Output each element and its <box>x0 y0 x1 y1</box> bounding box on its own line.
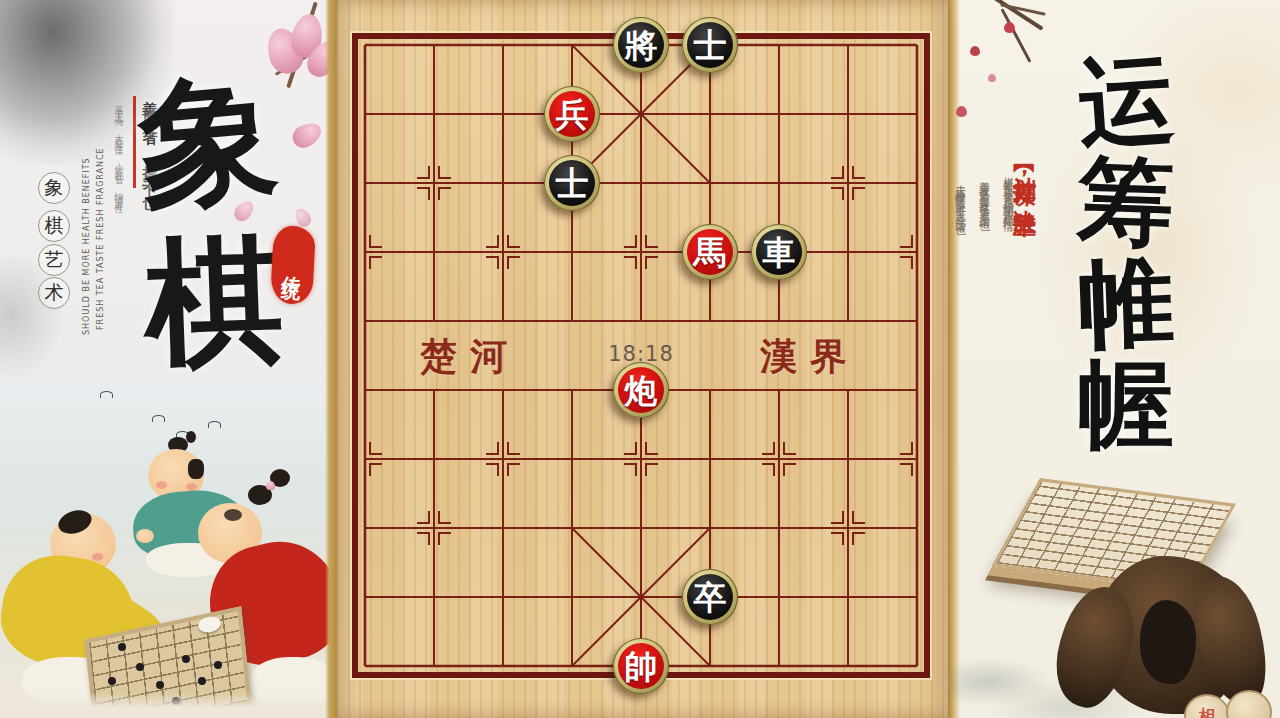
piece-face: 馬 <box>687 229 733 275</box>
piece-character: 炮 <box>625 374 658 407</box>
piece-black-advisor[interactable]: 士 <box>544 155 600 211</box>
children-playing-illustration <box>0 385 337 718</box>
traditional-seal: 传统 <box>270 225 316 305</box>
bird-icon <box>208 421 221 428</box>
piece-character: 將 <box>625 29 658 62</box>
piece-red-soldier[interactable]: 兵 <box>544 86 600 142</box>
art-circle-char: 术 <box>38 277 70 309</box>
ground-wash <box>0 692 337 718</box>
bird-icon <box>152 415 165 422</box>
english-caption-line2: SHOULD BE MORE HEALTH BENEFITS <box>82 157 91 335</box>
art-circle-char: 象 <box>38 172 70 204</box>
red-slogan-column: 【计划筹谋，决胜千里】 <box>1010 156 1041 201</box>
art-circle-char: 艺 <box>38 244 70 276</box>
plum-blossom <box>1004 22 1015 33</box>
piece-character: 士 <box>694 29 727 62</box>
small-text-column: 棋者弈也下棋者艺也品棋如品人观棋知性情 <box>1002 168 1015 498</box>
plum-blossom <box>970 46 980 56</box>
small-slogan-column: 落子无悔，大胜在谋，小胜在智，怡情养性 <box>112 98 125 336</box>
piece-character: 卒 <box>694 581 727 614</box>
piece-red-general[interactable]: 帥 <box>613 638 669 694</box>
river-label-chu-river: 楚河 <box>420 332 520 382</box>
piece-red-horse[interactable]: 馬 <box>682 224 738 280</box>
plum-blossom <box>988 74 996 82</box>
calligraphy-title-yunchouweiwo: 运筹帷幄 <box>1074 50 1178 454</box>
stump-hollow <box>1140 600 1196 684</box>
piece-face: 士 <box>549 160 595 206</box>
plum-blossom <box>956 106 967 117</box>
english-caption-line1: FRESH TEA TASTE FRESH FRAGRANCE <box>96 147 105 330</box>
xiangqi-board-panel: 楚河 18:18 漢界 將士兵士馬車炮卒帥 <box>337 0 948 718</box>
piece-character: 帥 <box>625 650 658 683</box>
title-char: 帷 <box>1072 250 1179 355</box>
piece-red-cannon[interactable]: 炮 <box>613 362 669 418</box>
piece-character: 士 <box>556 167 589 200</box>
piece-face: 士 <box>687 22 733 68</box>
piece-face: 卒 <box>687 574 733 620</box>
piece-face: 車 <box>756 229 802 275</box>
piece-face: 將 <box>618 22 664 68</box>
title-char: 筹 <box>1072 149 1179 254</box>
art-circle-char: 棋 <box>38 210 70 242</box>
bird-icon <box>100 391 113 398</box>
piece-black-advisor[interactable]: 士 <box>682 17 738 73</box>
xiangqi-app-screen: FRESH TEA TASTE FRESH FRAGRANCE SHOULD B… <box>0 0 1280 718</box>
piece-face: 帥 <box>618 643 664 689</box>
piece-black-soldier[interactable]: 卒 <box>682 569 738 625</box>
piece-face: 兵 <box>549 91 595 137</box>
river-label-han-border: 漢界 <box>760 332 860 382</box>
right-poster: 夫运筹帷幄之中决胜千里之外此之谓也善弈者谋势不善弈者谋子势者局之纲也棋者弈也下棋… <box>948 0 1280 718</box>
small-text-column: 夫运筹帷幄之中决胜千里之外此之谓也 <box>954 176 967 506</box>
left-poster: FRESH TEA TASTE FRESH FRAGRANCE SHOULD B… <box>0 0 337 718</box>
piece-character: 兵 <box>556 98 589 131</box>
title-char: 运 <box>1071 46 1182 154</box>
title-char: 幄 <box>1074 353 1178 454</box>
piece-face: 炮 <box>618 367 664 413</box>
piece-character: 車 <box>763 236 796 269</box>
piece-black-chariot[interactable]: 車 <box>751 224 807 280</box>
left-poster-gold-edge <box>325 0 337 718</box>
piece-black-general[interactable]: 將 <box>613 17 669 73</box>
small-text-column: 善弈者谋势不善弈者谋子势者局之纲也 <box>978 172 991 502</box>
title-char-xiang: 象 <box>122 65 293 216</box>
piece-character: 馬 <box>694 236 727 269</box>
title-char-qi: 棋 <box>132 229 297 372</box>
